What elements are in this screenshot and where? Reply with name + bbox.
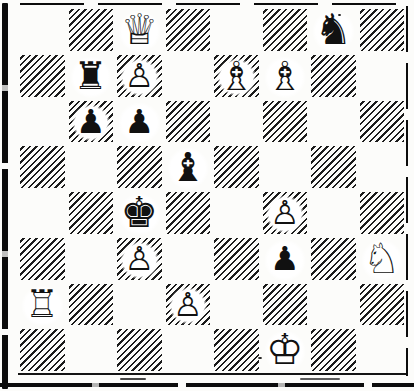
square-d7 (164, 53, 213, 99)
piece-black-pawn-c6: ♟ (115, 99, 164, 145)
square-f5 (261, 144, 310, 190)
square-h1 (358, 327, 407, 373)
piece-white-bishop-e7: ♗ (214, 55, 259, 97)
square-g8: ♞ (309, 7, 358, 53)
square-g1 (309, 327, 358, 373)
chess-board: ♕♞♜♙♗♗♟♟♝♚♙♙♟♘♖♙♔ (18, 7, 406, 375)
square-e2 (212, 282, 261, 328)
square-b3 (67, 236, 116, 282)
square-d6 (164, 99, 213, 145)
piece-white-king-f1: ♔ (261, 327, 310, 373)
square-h5 (358, 144, 407, 190)
square-b6: ♟ (67, 99, 116, 145)
left-border-rule (2, 3, 8, 389)
square-e6 (212, 99, 261, 145)
square-c3: ♙ (115, 236, 164, 282)
square-d5: ♝ (164, 144, 213, 190)
square-c7: ♙ (115, 53, 164, 99)
square-d2: ♙ (164, 282, 213, 328)
square-a1 (18, 327, 67, 373)
bottom-border-rule (0, 383, 414, 387)
square-g3 (309, 236, 358, 282)
piece-white-pawn-c7: ♙ (117, 55, 162, 97)
square-a3 (18, 236, 67, 282)
square-f2 (261, 282, 310, 328)
square-e4 (212, 190, 261, 236)
square-f6 (261, 99, 310, 145)
square-c4: ♚ (115, 190, 164, 236)
square-e5 (212, 144, 261, 190)
square-b7: ♜ (67, 53, 116, 99)
piece-black-rook-b7: ♜ (67, 53, 116, 99)
square-a6 (18, 99, 67, 145)
square-h7 (358, 53, 407, 99)
ink-speck (338, 14, 341, 16)
square-g7 (309, 53, 358, 99)
ink-speck (300, 378, 340, 380)
square-f7: ♗ (261, 53, 310, 99)
piece-white-pawn-f4: ♙ (263, 192, 308, 234)
square-b4 (67, 190, 116, 236)
square-h4 (358, 190, 407, 236)
square-d4 (164, 190, 213, 236)
ink-speck (258, 357, 262, 359)
piece-white-queen-c8: ♕ (115, 7, 164, 53)
piece-white-pawn-d2: ♙ (166, 284, 211, 326)
piece-white-bishop-f7: ♗ (261, 53, 310, 99)
piece-white-pawn-c3: ♙ (117, 238, 162, 280)
square-b8 (67, 7, 116, 53)
square-e8 (212, 7, 261, 53)
square-e1 (212, 327, 261, 373)
piece-white-rook-a2: ♖ (18, 282, 67, 328)
square-g4 (309, 190, 358, 236)
piece-black-pawn-f3: ♟ (261, 236, 310, 282)
square-g6 (309, 99, 358, 145)
square-e3 (212, 236, 261, 282)
square-h8 (358, 7, 407, 53)
square-d8 (164, 7, 213, 53)
square-c2 (115, 282, 164, 328)
square-b1 (67, 327, 116, 373)
square-f8 (261, 7, 310, 53)
square-g2 (309, 282, 358, 328)
square-f1: ♔ (261, 327, 310, 373)
piece-black-pawn-b6: ♟ (69, 101, 114, 143)
square-b2 (67, 282, 116, 328)
square-f4: ♙ (261, 190, 310, 236)
square-a5 (18, 144, 67, 190)
square-c1 (115, 327, 164, 373)
square-g5 (309, 144, 358, 190)
square-d1 (164, 327, 213, 373)
square-d3 (164, 236, 213, 282)
square-h2 (358, 282, 407, 328)
square-c5 (115, 144, 164, 190)
square-c8: ♕ (115, 7, 164, 53)
piece-black-king-c4: ♚ (115, 190, 164, 236)
square-c6: ♟ (115, 99, 164, 145)
square-h3: ♘ (358, 236, 407, 282)
square-e7: ♗ (212, 53, 261, 99)
square-f3: ♟ (261, 236, 310, 282)
square-h6 (358, 99, 407, 145)
right-border-rule (406, 6, 408, 376)
piece-white-knight-h3: ♘ (358, 236, 407, 282)
piece-black-bishop-d5: ♝ (164, 144, 213, 190)
square-a8 (18, 7, 67, 53)
piece-black-knight-g8: ♞ (309, 7, 358, 53)
square-a4 (18, 190, 67, 236)
ink-speck (120, 378, 146, 380)
square-a7 (18, 53, 67, 99)
square-a2: ♖ (18, 282, 67, 328)
scanned-chess-diagram: ♕♞♜♙♗♗♟♟♝♚♙♙♟♘♖♙♔ (0, 0, 414, 391)
square-b5 (67, 144, 116, 190)
